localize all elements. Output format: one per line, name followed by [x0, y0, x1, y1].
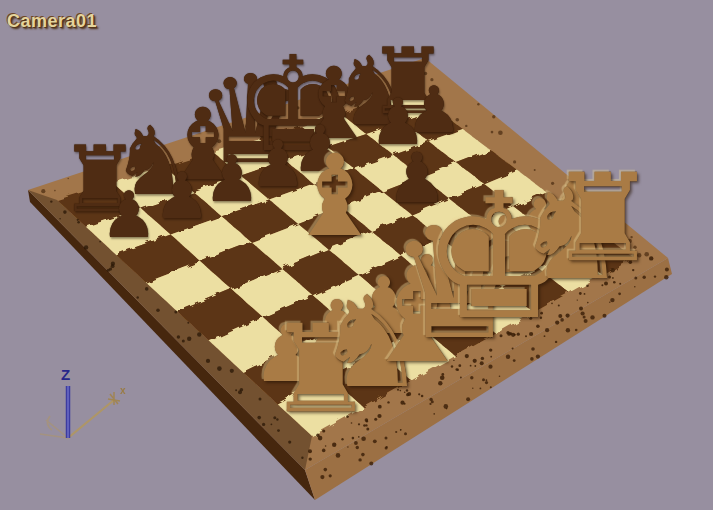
piece-black-pawn-h7[interactable]: ♟ [405, 82, 462, 140]
piece-white-rook-h1[interactable]: ♜ [549, 165, 657, 274]
camera-viewport: Camera01 x Z ♜♞♝♛♚♝♞♜♟♟♟♟♟♟♟♝♟♟♟♟♟♟♟♟♟♜♞… [0, 0, 713, 510]
x-axis-line [68, 400, 114, 438]
z-axis-label: Z [61, 366, 70, 383]
piece-black-pawn-b7[interactable]: ♟ [153, 168, 210, 226]
x-axis-label: x [120, 385, 126, 396]
y-axis-line [40, 416, 68, 438]
world-axis-gizmo: x Z [10, 350, 170, 480]
viewport-camera-label: Camera01 [7, 11, 97, 32]
piece-black-pawn-a7[interactable]: ♟ [100, 187, 157, 245]
piece-white-bishop-d5[interactable]: ♝ [284, 146, 385, 248]
